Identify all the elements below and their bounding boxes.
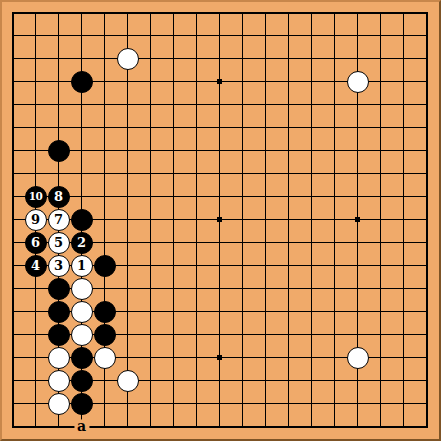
- white-stone-F17: [117, 48, 139, 70]
- white-stone-D7: [71, 278, 93, 300]
- move-number: 4: [31, 259, 40, 272]
- black-stone-C6: [48, 301, 70, 323]
- white-stone-D8: 1: [71, 255, 93, 277]
- white-stone-F3: [117, 370, 139, 392]
- black-stone-C13: [48, 140, 70, 162]
- black-stone-B9: 6: [25, 232, 47, 254]
- black-stone-B11: 10: [25, 186, 47, 208]
- move-number: 3: [54, 259, 63, 272]
- move-number: 10: [29, 191, 43, 202]
- white-stone-D5: [71, 324, 93, 346]
- black-stone-E6: [94, 301, 116, 323]
- black-stone-D2: [71, 393, 93, 415]
- go-board: 10897652431a: [0, 0, 441, 441]
- black-stone-E5: [94, 324, 116, 346]
- white-stone-E4: [94, 347, 116, 369]
- go-board-grid: 10897652431a: [0, 0, 441, 441]
- grid-line-vertical: [380, 12, 381, 428]
- move-number: 2: [77, 236, 86, 249]
- black-stone-D16: [71, 71, 93, 93]
- move-number: 7: [54, 213, 63, 226]
- hoshi-star-point: [217, 355, 222, 360]
- white-stone-C9: 5: [48, 232, 70, 254]
- hoshi-star-point: [355, 217, 360, 222]
- move-number: 1: [77, 259, 86, 272]
- white-stone-C3: [48, 370, 70, 392]
- white-stone-Q16: [347, 71, 369, 93]
- white-stone-C2: [48, 393, 70, 415]
- black-stone-D4: [71, 347, 93, 369]
- white-stone-C10: 7: [48, 209, 70, 231]
- black-stone-C11: 8: [48, 186, 70, 208]
- grid-line-vertical: [242, 12, 243, 428]
- black-stone-D3: [71, 370, 93, 392]
- white-stone-C4: [48, 347, 70, 369]
- black-stone-C5: [48, 324, 70, 346]
- black-stone-C7: [48, 278, 70, 300]
- hoshi-star-point: [217, 217, 222, 222]
- move-number: 6: [31, 236, 40, 249]
- move-number: 9: [31, 213, 40, 226]
- move-number: 5: [54, 236, 63, 249]
- white-stone-D6: [71, 301, 93, 323]
- black-stone-E8: [94, 255, 116, 277]
- hoshi-star-point: [217, 79, 222, 84]
- grid-line-vertical: [403, 12, 404, 428]
- grid-line-vertical: [265, 12, 266, 428]
- grid-line-vertical: [426, 12, 428, 428]
- black-stone-B8: 4: [25, 255, 47, 277]
- white-stone-C8: 3: [48, 255, 70, 277]
- white-stone-Q4: [347, 347, 369, 369]
- white-stone-B10: 9: [25, 209, 47, 231]
- grid-line-vertical: [334, 12, 335, 428]
- black-stone-D10: [71, 209, 93, 231]
- point-label-a: a: [74, 419, 89, 433]
- grid-line-vertical: [311, 12, 312, 428]
- move-number: 8: [54, 190, 63, 203]
- black-stone-D9: 2: [71, 232, 93, 254]
- grid-line-vertical: [288, 12, 289, 428]
